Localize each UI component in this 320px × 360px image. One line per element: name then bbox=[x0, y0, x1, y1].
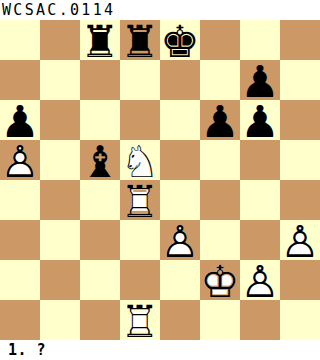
square-c1[interactable] bbox=[80, 300, 120, 340]
square-b3[interactable] bbox=[40, 220, 80, 260]
square-e2[interactable] bbox=[160, 260, 200, 300]
square-a1[interactable] bbox=[0, 300, 40, 340]
square-c8[interactable]: ♜ bbox=[80, 20, 120, 60]
square-e1[interactable] bbox=[160, 300, 200, 340]
square-e3[interactable]: ♟♙ bbox=[160, 220, 200, 260]
piece-black-pawn-icon: ♟ bbox=[240, 100, 279, 144]
piece-black-king-icon: ♚ bbox=[160, 20, 199, 64]
square-d4[interactable]: ♜♖ bbox=[120, 180, 160, 220]
square-h6[interactable] bbox=[280, 100, 320, 140]
square-d1[interactable]: ♜♖ bbox=[120, 300, 160, 340]
piece-white-king-icon: ♚♔ bbox=[200, 260, 239, 304]
square-e8[interactable]: ♚ bbox=[160, 20, 200, 60]
square-f5[interactable] bbox=[200, 140, 240, 180]
square-a3[interactable] bbox=[0, 220, 40, 260]
square-g5[interactable] bbox=[240, 140, 280, 180]
square-d5[interactable]: ♞♘ bbox=[120, 140, 160, 180]
square-d6[interactable] bbox=[120, 100, 160, 140]
square-g4[interactable] bbox=[240, 180, 280, 220]
square-c3[interactable] bbox=[80, 220, 120, 260]
square-b6[interactable] bbox=[40, 100, 80, 140]
square-h7[interactable] bbox=[280, 60, 320, 100]
move-prompt: 1. ? bbox=[0, 340, 320, 360]
square-b1[interactable] bbox=[40, 300, 80, 340]
piece-black-pawn-icon: ♟ bbox=[200, 100, 239, 144]
chess-puzzle-app: WCSAC.0114 ♜♜♚♟♟♟♟♟♙♝♞♘♜♖♟♙♟♙♚♔♟♙♜♖ 1. ? bbox=[0, 0, 320, 360]
piece-white-pawn-icon: ♟♙ bbox=[0, 140, 39, 184]
square-a6[interactable]: ♟ bbox=[0, 100, 40, 140]
square-g7[interactable]: ♟ bbox=[240, 60, 280, 100]
piece-black-bishop-icon: ♝ bbox=[80, 140, 119, 184]
square-f3[interactable] bbox=[200, 220, 240, 260]
square-d3[interactable] bbox=[120, 220, 160, 260]
square-h8[interactable] bbox=[280, 20, 320, 60]
piece-black-rook-icon: ♜ bbox=[120, 20, 159, 64]
piece-black-rook-icon: ♜ bbox=[80, 20, 119, 64]
square-e4[interactable] bbox=[160, 180, 200, 220]
square-g3[interactable] bbox=[240, 220, 280, 260]
square-h3[interactable]: ♟♙ bbox=[280, 220, 320, 260]
square-b5[interactable] bbox=[40, 140, 80, 180]
piece-white-rook-icon: ♜♖ bbox=[120, 300, 159, 344]
square-h2[interactable] bbox=[280, 260, 320, 300]
square-b8[interactable] bbox=[40, 20, 80, 60]
piece-white-rook-icon: ♜♖ bbox=[120, 180, 159, 224]
square-h5[interactable] bbox=[280, 140, 320, 180]
square-a2[interactable] bbox=[0, 260, 40, 300]
square-c2[interactable] bbox=[80, 260, 120, 300]
square-a4[interactable] bbox=[0, 180, 40, 220]
square-e5[interactable] bbox=[160, 140, 200, 180]
chess-board: ♜♜♚♟♟♟♟♟♙♝♞♘♜♖♟♙♟♙♚♔♟♙♜♖ bbox=[0, 20, 320, 340]
square-a7[interactable] bbox=[0, 60, 40, 100]
square-d8[interactable]: ♜ bbox=[120, 20, 160, 60]
square-b2[interactable] bbox=[40, 260, 80, 300]
square-a5[interactable]: ♟♙ bbox=[0, 140, 40, 180]
piece-white-pawn-icon: ♟♙ bbox=[280, 220, 319, 264]
square-g6[interactable]: ♟ bbox=[240, 100, 280, 140]
square-c7[interactable] bbox=[80, 60, 120, 100]
square-b7[interactable] bbox=[40, 60, 80, 100]
piece-white-pawn-icon: ♟♙ bbox=[160, 220, 199, 264]
square-a8[interactable] bbox=[0, 20, 40, 60]
square-g1[interactable] bbox=[240, 300, 280, 340]
square-f7[interactable] bbox=[200, 60, 240, 100]
square-h1[interactable] bbox=[280, 300, 320, 340]
square-c4[interactable] bbox=[80, 180, 120, 220]
square-g2[interactable]: ♟♙ bbox=[240, 260, 280, 300]
square-d2[interactable] bbox=[120, 260, 160, 300]
square-f2[interactable]: ♚♔ bbox=[200, 260, 240, 300]
square-d7[interactable] bbox=[120, 60, 160, 100]
square-h4[interactable] bbox=[280, 180, 320, 220]
square-f8[interactable] bbox=[200, 20, 240, 60]
square-f1[interactable] bbox=[200, 300, 240, 340]
square-f6[interactable]: ♟ bbox=[200, 100, 240, 140]
square-b4[interactable] bbox=[40, 180, 80, 220]
square-g8[interactable] bbox=[240, 20, 280, 60]
piece-white-pawn-icon: ♟♙ bbox=[240, 260, 279, 304]
square-c5[interactable]: ♝ bbox=[80, 140, 120, 180]
square-c6[interactable] bbox=[80, 100, 120, 140]
square-f4[interactable] bbox=[200, 180, 240, 220]
square-e7[interactable] bbox=[160, 60, 200, 100]
square-e6[interactable] bbox=[160, 100, 200, 140]
